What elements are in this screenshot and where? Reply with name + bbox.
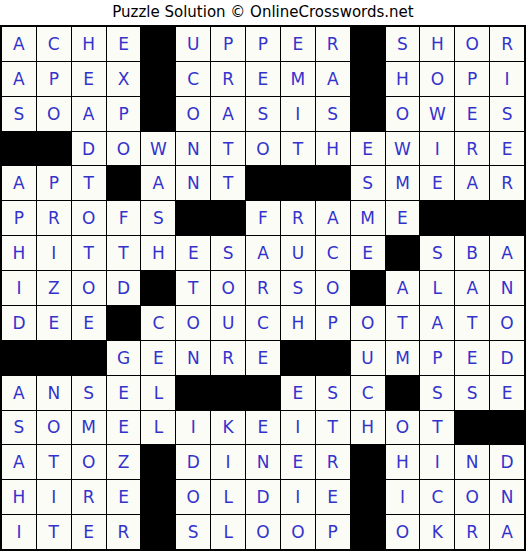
letter-cell-r15c1: I bbox=[2, 515, 36, 549]
letter-cell-r13c7: I bbox=[211, 445, 245, 479]
letter-cell-r13c14: N bbox=[455, 445, 489, 479]
letter-cell-r3c12: O bbox=[386, 97, 420, 131]
letter-cell-r9c2: E bbox=[37, 306, 71, 340]
letter-cell-r10c11: U bbox=[351, 341, 385, 375]
letter-cell-r6c5: S bbox=[141, 201, 175, 235]
letter-cell-r12c8: E bbox=[246, 411, 280, 445]
letter-cell-r11c2: N bbox=[37, 376, 71, 410]
letter-cell-r4c8: O bbox=[246, 132, 280, 166]
letter-cell-r8c15: N bbox=[490, 271, 524, 305]
letter-cell-r9c15: O bbox=[490, 306, 524, 340]
letter-cell-r3c3: A bbox=[72, 97, 106, 131]
letter-cell-r13c9: E bbox=[281, 445, 315, 479]
letter-cell-r8c7: O bbox=[211, 271, 245, 305]
letter-cell-r11c1: A bbox=[2, 376, 36, 410]
letter-cell-r8c14: A bbox=[455, 271, 489, 305]
letter-cell-r6c1: P bbox=[2, 201, 36, 235]
black-cell-r2c11 bbox=[351, 62, 385, 96]
letter-cell-r10c5: E bbox=[141, 341, 175, 375]
black-cell-r15c5 bbox=[141, 515, 175, 549]
black-cell-r5c9 bbox=[281, 166, 315, 200]
letter-cell-r13c12: H bbox=[386, 445, 420, 479]
letter-cell-r9c13: A bbox=[420, 306, 454, 340]
letter-cell-r4c11: E bbox=[351, 132, 385, 166]
letter-cell-r15c9: O bbox=[281, 515, 315, 549]
letter-cell-r11c9: E bbox=[281, 376, 315, 410]
letter-cell-r15c15: A bbox=[490, 515, 524, 549]
puzzle-solution-page: Puzzle Solution © OnlineCrosswords.net A… bbox=[0, 0, 526, 551]
letter-cell-r8c9: S bbox=[281, 271, 315, 305]
black-cell-r2c5 bbox=[141, 62, 175, 96]
letter-cell-r8c12: A bbox=[386, 271, 420, 305]
letter-cell-r14c15: N bbox=[490, 480, 524, 514]
letter-cell-r9c9: H bbox=[281, 306, 315, 340]
letter-cell-r9c6: O bbox=[176, 306, 210, 340]
letter-cell-r3c6: O bbox=[176, 97, 210, 131]
letter-cell-r4c14: R bbox=[455, 132, 489, 166]
letter-cell-r3c14: E bbox=[455, 97, 489, 131]
letter-cell-r2c15: I bbox=[490, 62, 524, 96]
letter-cell-r15c4: R bbox=[107, 515, 141, 549]
black-cell-r11c12 bbox=[386, 376, 420, 410]
letter-cell-r8c1: I bbox=[2, 271, 36, 305]
letter-cell-r1c7: P bbox=[211, 27, 245, 61]
letter-cell-r14c10: E bbox=[316, 480, 350, 514]
letter-cell-r13c1: A bbox=[2, 445, 36, 479]
letter-cell-r4c7: T bbox=[211, 132, 245, 166]
letter-cell-r6c12: E bbox=[386, 201, 420, 235]
letter-cell-r10c6: N bbox=[176, 341, 210, 375]
letter-cell-r13c8: N bbox=[246, 445, 280, 479]
letter-cell-r6c8: F bbox=[246, 201, 280, 235]
letter-cell-r1c2: C bbox=[37, 27, 71, 61]
letter-cell-r15c2: T bbox=[37, 515, 71, 549]
black-cell-r5c10 bbox=[316, 166, 350, 200]
black-cell-r14c5 bbox=[141, 480, 175, 514]
letter-cell-r5c6: N bbox=[176, 166, 210, 200]
letter-cell-r7c11: E bbox=[351, 236, 385, 270]
letter-cell-r13c15: D bbox=[490, 445, 524, 479]
letter-cell-r7c10: C bbox=[316, 236, 350, 270]
black-cell-r10c3 bbox=[72, 341, 106, 375]
black-cell-r11c6 bbox=[176, 376, 210, 410]
black-cell-r11c8 bbox=[246, 376, 280, 410]
letter-cell-r4c13: I bbox=[420, 132, 454, 166]
letter-cell-r12c7: K bbox=[211, 411, 245, 445]
letter-cell-r1c13: H bbox=[420, 27, 454, 61]
letter-cell-r14c14: O bbox=[455, 480, 489, 514]
letter-cell-r12c4: E bbox=[107, 411, 141, 445]
letter-cell-r5c2: P bbox=[37, 166, 71, 200]
letter-cell-r12c5: L bbox=[141, 411, 175, 445]
black-cell-r10c9 bbox=[281, 341, 315, 375]
letter-cell-r4c4: O bbox=[107, 132, 141, 166]
black-cell-r4c2 bbox=[37, 132, 71, 166]
letter-cell-r13c4: Z bbox=[107, 445, 141, 479]
letter-cell-r7c3: T bbox=[72, 236, 106, 270]
black-cell-r3c11 bbox=[351, 97, 385, 131]
letter-cell-r13c6: D bbox=[176, 445, 210, 479]
black-cell-r6c14 bbox=[455, 201, 489, 235]
letter-cell-r6c11: M bbox=[351, 201, 385, 235]
letter-cell-r7c4: T bbox=[107, 236, 141, 270]
letter-cell-r11c15: E bbox=[490, 376, 524, 410]
letter-cell-r15c8: O bbox=[246, 515, 280, 549]
letter-cell-r1c12: S bbox=[386, 27, 420, 61]
letter-cell-r8c8: R bbox=[246, 271, 280, 305]
letter-cell-r12c11: H bbox=[351, 411, 385, 445]
letter-cell-r2c13: O bbox=[420, 62, 454, 96]
letter-cell-r1c8: P bbox=[246, 27, 280, 61]
letter-cell-r7c15: A bbox=[490, 236, 524, 270]
black-cell-r1c5 bbox=[141, 27, 175, 61]
letter-cell-r1c14: O bbox=[455, 27, 489, 61]
black-cell-r5c8 bbox=[246, 166, 280, 200]
letter-cell-r9c3: E bbox=[72, 306, 106, 340]
letter-cell-r1c10: R bbox=[316, 27, 350, 61]
letter-cell-r11c11: C bbox=[351, 376, 385, 410]
letter-cell-r3c10: S bbox=[316, 97, 350, 131]
letter-cell-r12c9: I bbox=[281, 411, 315, 445]
black-cell-r4c1 bbox=[2, 132, 36, 166]
letter-cell-r11c4: E bbox=[107, 376, 141, 410]
black-cell-r1c11 bbox=[351, 27, 385, 61]
letter-cell-r2c8: E bbox=[246, 62, 280, 96]
letter-cell-r5c3: T bbox=[72, 166, 106, 200]
letter-cell-r9c11: O bbox=[351, 306, 385, 340]
black-cell-r6c13 bbox=[420, 201, 454, 235]
black-cell-r12c14 bbox=[455, 411, 489, 445]
letter-cell-r14c4: E bbox=[107, 480, 141, 514]
letter-cell-r5c12: M bbox=[386, 166, 420, 200]
letter-cell-r5c15: R bbox=[490, 166, 524, 200]
letter-cell-r6c3: O bbox=[72, 201, 106, 235]
letter-cell-r14c12: I bbox=[386, 480, 420, 514]
letter-cell-r8c13: L bbox=[420, 271, 454, 305]
letter-cell-r6c4: F bbox=[107, 201, 141, 235]
letter-cell-r5c5: A bbox=[141, 166, 175, 200]
letter-cell-r15c10: P bbox=[316, 515, 350, 549]
letter-cell-r5c7: T bbox=[211, 166, 245, 200]
letter-cell-r10c8: E bbox=[246, 341, 280, 375]
letter-cell-r12c6: I bbox=[176, 411, 210, 445]
letter-cell-r4c5: W bbox=[141, 132, 175, 166]
black-cell-r6c15 bbox=[490, 201, 524, 235]
letter-cell-r1c1: A bbox=[2, 27, 36, 61]
black-cell-r10c1 bbox=[2, 341, 36, 375]
page-title: Puzzle Solution © OnlineCrosswords.net bbox=[0, 0, 526, 25]
letter-cell-r6c9: R bbox=[281, 201, 315, 235]
letter-cell-r4c15: E bbox=[490, 132, 524, 166]
letter-cell-r4c3: D bbox=[72, 132, 106, 166]
letter-cell-r2c6: C bbox=[176, 62, 210, 96]
letter-cell-r3c4: P bbox=[107, 97, 141, 131]
letter-cell-r12c1: S bbox=[2, 411, 36, 445]
letter-cell-r7c1: H bbox=[2, 236, 36, 270]
black-cell-r13c5 bbox=[141, 445, 175, 479]
letter-cell-r2c14: P bbox=[455, 62, 489, 96]
letter-cell-r14c9: I bbox=[281, 480, 315, 514]
letter-cell-r14c3: R bbox=[72, 480, 106, 514]
black-cell-r3c5 bbox=[141, 97, 175, 131]
letter-cell-r7c5: H bbox=[141, 236, 175, 270]
letter-cell-r13c2: T bbox=[37, 445, 71, 479]
black-cell-r5c4 bbox=[107, 166, 141, 200]
black-cell-r8c11 bbox=[351, 271, 385, 305]
black-cell-r7c12 bbox=[386, 236, 420, 270]
letter-cell-r9c5: C bbox=[141, 306, 175, 340]
letter-cell-r8c3: O bbox=[72, 271, 106, 305]
letter-cell-r1c9: E bbox=[281, 27, 315, 61]
letter-cell-r14c13: C bbox=[420, 480, 454, 514]
letter-cell-r15c3: E bbox=[72, 515, 106, 549]
letter-cell-r8c2: Z bbox=[37, 271, 71, 305]
letter-cell-r5c14: A bbox=[455, 166, 489, 200]
letter-cell-r5c1: A bbox=[2, 166, 36, 200]
black-cell-r14c11 bbox=[351, 480, 385, 514]
black-cell-r15c11 bbox=[351, 515, 385, 549]
black-cell-r10c2 bbox=[37, 341, 71, 375]
letter-cell-r2c7: R bbox=[211, 62, 245, 96]
letter-cell-r9c8: C bbox=[246, 306, 280, 340]
letter-cell-r13c10: R bbox=[316, 445, 350, 479]
letter-cell-r3c7: A bbox=[211, 97, 245, 131]
black-cell-r9c4 bbox=[107, 306, 141, 340]
letter-cell-r7c14: B bbox=[455, 236, 489, 270]
letter-cell-r2c10: A bbox=[316, 62, 350, 96]
letter-cell-r7c9: U bbox=[281, 236, 315, 270]
letter-cell-r4c12: W bbox=[386, 132, 420, 166]
black-cell-r11c7 bbox=[211, 376, 245, 410]
letter-cell-r5c13: E bbox=[420, 166, 454, 200]
letter-cell-r9c1: D bbox=[2, 306, 36, 340]
letter-cell-r3c8: S bbox=[246, 97, 280, 131]
letter-cell-r7c6: E bbox=[176, 236, 210, 270]
letter-cell-r2c4: X bbox=[107, 62, 141, 96]
letter-cell-r3c1: S bbox=[2, 97, 36, 131]
letter-cell-r15c7: L bbox=[211, 515, 245, 549]
letter-cell-r4c10: H bbox=[316, 132, 350, 166]
letter-cell-r1c15: R bbox=[490, 27, 524, 61]
letter-cell-r11c3: S bbox=[72, 376, 106, 410]
letter-cell-r7c13: S bbox=[420, 236, 454, 270]
letter-cell-r15c14: R bbox=[455, 515, 489, 549]
crossword-grid: ACHEUPPERSHORAPEXCREMAHOPISOAPOASISOWESD… bbox=[0, 25, 526, 551]
letter-cell-r8c6: T bbox=[176, 271, 210, 305]
letter-cell-r3c15: S bbox=[490, 97, 524, 131]
letter-cell-r15c6: S bbox=[176, 515, 210, 549]
black-cell-r6c7 bbox=[211, 201, 245, 235]
letter-cell-r7c8: A bbox=[246, 236, 280, 270]
letter-cell-r14c6: O bbox=[176, 480, 210, 514]
letter-cell-r2c2: P bbox=[37, 62, 71, 96]
letter-cell-r11c5: L bbox=[141, 376, 175, 410]
letter-cell-r9c7: U bbox=[211, 306, 245, 340]
letter-cell-r4c9: T bbox=[281, 132, 315, 166]
letter-cell-r12c13: T bbox=[420, 411, 454, 445]
letter-cell-r2c9: M bbox=[281, 62, 315, 96]
letter-cell-r14c8: D bbox=[246, 480, 280, 514]
letter-cell-r11c13: S bbox=[420, 376, 454, 410]
letter-cell-r12c10: T bbox=[316, 411, 350, 445]
letter-cell-r10c13: P bbox=[420, 341, 454, 375]
letter-cell-r4c6: N bbox=[176, 132, 210, 166]
letter-cell-r15c13: K bbox=[420, 515, 454, 549]
letter-cell-r10c12: M bbox=[386, 341, 420, 375]
letter-cell-r7c2: I bbox=[37, 236, 71, 270]
letter-cell-r2c12: H bbox=[386, 62, 420, 96]
letter-cell-r6c10: A bbox=[316, 201, 350, 235]
black-cell-r13c11 bbox=[351, 445, 385, 479]
letter-cell-r2c1: A bbox=[2, 62, 36, 96]
letter-cell-r9c10: P bbox=[316, 306, 350, 340]
letter-cell-r11c14: S bbox=[455, 376, 489, 410]
letter-cell-r6c2: R bbox=[37, 201, 71, 235]
letter-cell-r10c7: R bbox=[211, 341, 245, 375]
letter-cell-r3c9: I bbox=[281, 97, 315, 131]
letter-cell-r5c11: S bbox=[351, 166, 385, 200]
letter-cell-r9c14: T bbox=[455, 306, 489, 340]
black-cell-r8c5 bbox=[141, 271, 175, 305]
letter-cell-r12c12: O bbox=[386, 411, 420, 445]
letter-cell-r2c3: E bbox=[72, 62, 106, 96]
letter-cell-r10c15: D bbox=[490, 341, 524, 375]
letter-cell-r13c3: O bbox=[72, 445, 106, 479]
letter-cell-r13c13: I bbox=[420, 445, 454, 479]
letter-cell-r7c7: S bbox=[211, 236, 245, 270]
letter-cell-r11c10: S bbox=[316, 376, 350, 410]
black-cell-r12c15 bbox=[490, 411, 524, 445]
letter-cell-r14c1: H bbox=[2, 480, 36, 514]
letter-cell-r8c4: D bbox=[107, 271, 141, 305]
letter-cell-r8c10: O bbox=[316, 271, 350, 305]
letter-cell-r1c4: E bbox=[107, 27, 141, 61]
letter-cell-r12c3: M bbox=[72, 411, 106, 445]
black-cell-r6c6 bbox=[176, 201, 210, 235]
letter-cell-r3c13: W bbox=[420, 97, 454, 131]
letter-cell-r3c2: O bbox=[37, 97, 71, 131]
letter-cell-r14c7: L bbox=[211, 480, 245, 514]
black-cell-r10c10 bbox=[316, 341, 350, 375]
letter-cell-r12c2: O bbox=[37, 411, 71, 445]
letter-cell-r14c2: I bbox=[37, 480, 71, 514]
letter-cell-r10c4: G bbox=[107, 341, 141, 375]
letter-cell-r10c14: E bbox=[455, 341, 489, 375]
letter-cell-r15c12: O bbox=[386, 515, 420, 549]
letter-cell-r1c6: U bbox=[176, 27, 210, 61]
letter-cell-r9c12: T bbox=[386, 306, 420, 340]
letter-cell-r1c3: H bbox=[72, 27, 106, 61]
